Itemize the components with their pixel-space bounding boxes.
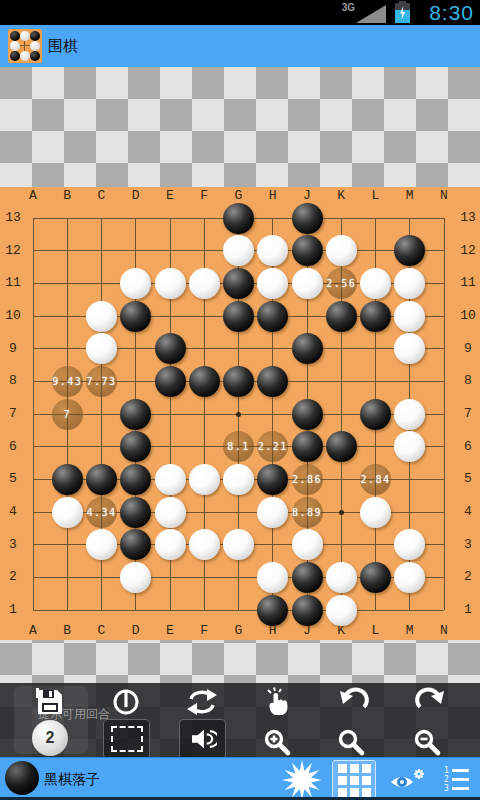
stone-black-L7[interactable] xyxy=(360,399,391,430)
coord-label-right: 9 xyxy=(455,342,480,356)
stone-white-L4[interactable] xyxy=(360,497,391,528)
stone-black-J9[interactable] xyxy=(292,333,323,364)
stone-black-J1[interactable] xyxy=(292,595,323,626)
coord-label-top: C xyxy=(89,189,115,203)
power-icon[interactable] xyxy=(110,687,142,717)
stone-black-G11[interactable] xyxy=(223,268,254,299)
stone-white-M11[interactable] xyxy=(394,268,425,299)
app-icon-stone xyxy=(30,31,40,41)
hint-stone-L5[interactable]: 2.84 xyxy=(360,464,391,495)
coord-label-top: D xyxy=(123,189,149,203)
coord-label-bottom: L xyxy=(363,624,389,638)
stone-white-G12[interactable] xyxy=(223,235,254,266)
stone-black-J7[interactable] xyxy=(292,399,323,430)
hint-stone-J4[interactable]: 8.89 xyxy=(292,497,323,528)
hint-count-badge[interactable]: 2 xyxy=(32,720,68,756)
stone-white-B4[interactable] xyxy=(52,497,83,528)
stone-white-C9[interactable] xyxy=(86,333,117,364)
tap-hand-icon[interactable] xyxy=(262,687,294,717)
stone-black-E9[interactable] xyxy=(155,333,186,364)
stone-white-H12[interactable] xyxy=(257,235,288,266)
stone-black-J2[interactable] xyxy=(292,562,323,593)
stone-black-D6[interactable] xyxy=(120,431,151,462)
network-type-label: 3G xyxy=(342,2,355,13)
list-number: 1 xyxy=(444,766,452,775)
app-icon-stone xyxy=(10,51,20,61)
stone-white-M3[interactable] xyxy=(394,529,425,560)
hint-score: 2.86 xyxy=(292,474,322,485)
stone-black-K6[interactable] xyxy=(326,431,357,462)
coord-label-bottom: A xyxy=(20,624,46,638)
stone-black-G13[interactable] xyxy=(223,203,254,234)
stone-white-K12[interactable] xyxy=(326,235,357,266)
stone-white-F5[interactable] xyxy=(189,464,220,495)
bottom-bar: 黑棋落子 1 2 3 xyxy=(0,757,480,800)
starburst-icon[interactable] xyxy=(282,760,322,800)
coord-label-top: A xyxy=(20,189,46,203)
stone-black-J13[interactable] xyxy=(292,203,323,234)
coord-label-right: 6 xyxy=(455,440,480,454)
save-icon[interactable] xyxy=(34,687,66,717)
hint-score: 9.43 xyxy=(52,376,82,387)
stone-white-H2[interactable] xyxy=(257,562,288,593)
coord-label-right: 1 xyxy=(455,603,480,617)
stone-white-D2[interactable] xyxy=(120,562,151,593)
numbered-list-icon[interactable]: 1 2 3 xyxy=(444,766,472,794)
hint-score: 7.73 xyxy=(86,376,116,387)
screen: 3G 8:30 围棋 AABBCCDDEEFFGGHHJJKKLLMMNN131… xyxy=(0,0,480,800)
stone-white-K1[interactable] xyxy=(326,595,357,626)
stone-black-D4[interactable] xyxy=(120,497,151,528)
hint-score: 2.56 xyxy=(326,278,356,289)
app-icon-stone xyxy=(10,31,20,41)
stone-white-F3[interactable] xyxy=(189,529,220,560)
marquee-icon xyxy=(111,726,143,752)
coord-label-right: 8 xyxy=(455,374,480,388)
stone-white-E11[interactable] xyxy=(155,268,186,299)
coord-label-bottom: E xyxy=(157,624,183,638)
stone-white-G3[interactable] xyxy=(223,529,254,560)
coord-label-right: 2 xyxy=(455,570,480,584)
stone-white-C10[interactable] xyxy=(86,301,117,332)
clock: 8:30 xyxy=(429,0,474,25)
coord-label-top: E xyxy=(157,189,183,203)
black-stone-turn-icon xyxy=(5,761,39,795)
coord-label-top: H xyxy=(260,189,286,203)
coord-label-left: 1 xyxy=(0,603,26,617)
stone-black-J12[interactable] xyxy=(292,235,323,266)
status-bar: 3G 8:30 xyxy=(0,0,480,25)
coord-label-right: 11 xyxy=(455,276,480,290)
app-icon xyxy=(8,29,42,63)
coord-label-top: B xyxy=(54,189,80,203)
star-point xyxy=(339,510,344,515)
coord-label-left: 7 xyxy=(0,407,26,421)
zoom-out-icon[interactable] xyxy=(413,728,443,758)
hint-stone-B7[interactable]: 7 xyxy=(52,399,83,430)
battery-icon xyxy=(395,3,410,23)
coord-label-left: 3 xyxy=(0,538,26,552)
undo-icon[interactable] xyxy=(338,687,370,717)
coord-label-right: 7 xyxy=(455,407,480,421)
app-icon-stone xyxy=(30,41,40,51)
hint-score: 4.34 xyxy=(86,507,116,518)
stone-white-K2[interactable] xyxy=(326,562,357,593)
stone-black-H10[interactable] xyxy=(257,301,288,332)
speaker-icon xyxy=(189,728,217,750)
hint-stone-J5[interactable]: 2.86 xyxy=(292,464,323,495)
stone-black-D5[interactable] xyxy=(120,464,151,495)
list-number: 3 xyxy=(444,784,452,793)
coord-label-right: 13 xyxy=(455,211,480,225)
hint-stone-G6[interactable]: 8.1 xyxy=(223,431,254,462)
stone-white-D11[interactable] xyxy=(120,268,151,299)
eye-settings-icon[interactable] xyxy=(388,766,430,794)
coord-label-bottom: J xyxy=(294,624,320,638)
go-board[interactable]: AABBCCDDEEFFGGHHJJKKLLMMNN13131212111110… xyxy=(0,187,480,640)
coord-label-left: 6 xyxy=(0,440,26,454)
coord-label-left: 9 xyxy=(0,342,26,356)
coord-label-top: M xyxy=(397,189,423,203)
stone-white-M9[interactable] xyxy=(394,333,425,364)
stone-black-L10[interactable] xyxy=(360,301,391,332)
coord-label-right: 10 xyxy=(455,309,480,323)
stone-white-H11[interactable] xyxy=(257,268,288,299)
stone-white-H4[interactable] xyxy=(257,497,288,528)
app-title: 围棋 xyxy=(48,25,78,67)
stone-white-E5[interactable] xyxy=(155,464,186,495)
stone-black-C5[interactable] xyxy=(86,464,117,495)
coord-label-right: 5 xyxy=(455,472,480,486)
stone-white-M7[interactable] xyxy=(394,399,425,430)
stone-black-L2[interactable] xyxy=(360,562,391,593)
stone-black-H8[interactable] xyxy=(257,366,288,397)
stone-white-E4[interactable] xyxy=(155,497,186,528)
coord-label-right: 3 xyxy=(455,538,480,552)
coord-label-bottom: B xyxy=(54,624,80,638)
hint-score: 8.1 xyxy=(227,441,250,452)
coord-label-bottom: K xyxy=(328,624,354,638)
coord-label-right: 4 xyxy=(455,505,480,519)
stone-black-H1[interactable] xyxy=(257,595,288,626)
coord-label-left: 12 xyxy=(0,244,26,258)
coord-label-bottom: G xyxy=(226,624,252,638)
grid-view-button[interactable] xyxy=(332,760,376,800)
hint-score: 8.89 xyxy=(292,507,322,518)
turn-status-text: 黑棋落子 xyxy=(44,758,100,800)
stone-black-F8[interactable] xyxy=(189,366,220,397)
coord-label-left: 10 xyxy=(0,309,26,323)
stone-black-E8[interactable] xyxy=(155,366,186,397)
hint-stone-C8[interactable]: 7.73 xyxy=(86,366,117,397)
hint-score: 2.21 xyxy=(258,441,288,452)
stone-black-D7[interactable] xyxy=(120,399,151,430)
app-icon-stone xyxy=(20,31,30,41)
stone-black-H5[interactable] xyxy=(257,464,288,495)
stone-white-L11[interactable] xyxy=(360,268,391,299)
coord-label-top: J xyxy=(294,189,320,203)
redo-icon[interactable] xyxy=(414,687,446,717)
coord-label-left: 2 xyxy=(0,570,26,584)
stone-white-C3[interactable] xyxy=(86,529,117,560)
hint-score: 2.84 xyxy=(360,474,390,485)
coord-label-top: K xyxy=(328,189,354,203)
coord-label-bottom: M xyxy=(397,624,423,638)
coord-label-top: F xyxy=(191,189,217,203)
coord-label-left: 11 xyxy=(0,276,26,290)
stone-black-G8[interactable] xyxy=(223,366,254,397)
hint-stone-C4[interactable]: 4.34 xyxy=(86,497,117,528)
hint-stone-B8[interactable]: 9.43 xyxy=(52,366,83,397)
coord-label-right: 12 xyxy=(455,244,480,258)
stone-white-F11[interactable] xyxy=(189,268,220,299)
list-bar xyxy=(452,787,469,790)
coord-label-bottom: F xyxy=(191,624,217,638)
search-icon[interactable] xyxy=(337,728,367,758)
coord-label-bottom: H xyxy=(260,624,286,638)
stone-black-K10[interactable] xyxy=(326,301,357,332)
stone-black-M12[interactable] xyxy=(394,235,425,266)
speaker-button[interactable] xyxy=(179,719,226,759)
coord-label-left: 8 xyxy=(0,374,26,388)
coord-label-bottom: C xyxy=(89,624,115,638)
coord-label-bottom: N xyxy=(431,624,457,638)
coord-label-left: 5 xyxy=(0,472,26,486)
grid-line xyxy=(33,610,444,611)
signal-strength-icon xyxy=(356,5,386,23)
coord-label-top: G xyxy=(226,189,252,203)
coord-label-top: N xyxy=(431,189,457,203)
app-icon-stone xyxy=(10,41,20,51)
list-number: 2 xyxy=(444,775,452,784)
app-bar: 围棋 xyxy=(0,25,480,67)
hint-score: 7 xyxy=(63,409,71,420)
app-icon-stone xyxy=(20,51,30,61)
repeat-icon[interactable] xyxy=(186,687,218,717)
stone-white-J11[interactable] xyxy=(292,268,323,299)
coord-label-bottom: D xyxy=(123,624,149,638)
stone-white-M2[interactable] xyxy=(394,562,425,593)
stone-black-J6[interactable] xyxy=(292,431,323,462)
stone-white-J3[interactable] xyxy=(292,529,323,560)
stone-black-D3[interactable] xyxy=(120,529,151,560)
stone-white-E3[interactable] xyxy=(155,529,186,560)
coord-label-left: 4 xyxy=(0,505,26,519)
selection-marquee-button[interactable] xyxy=(103,719,150,759)
stone-black-D10[interactable] xyxy=(120,301,151,332)
coord-label-top: L xyxy=(363,189,389,203)
stone-white-M10[interactable] xyxy=(394,301,425,332)
hint-stone-K11[interactable]: 2.56 xyxy=(326,268,357,299)
zoom-in-icon[interactable] xyxy=(263,728,293,758)
list-bar xyxy=(452,778,469,781)
hint-stone-H6[interactable]: 2.21 xyxy=(257,431,288,462)
app-icon-stone xyxy=(30,51,40,61)
star-point xyxy=(236,412,241,417)
list-bar xyxy=(452,769,469,772)
stone-black-G10[interactable] xyxy=(223,301,254,332)
stone-black-B5[interactable] xyxy=(52,464,83,495)
coord-label-left: 13 xyxy=(0,211,26,225)
stone-white-G5[interactable] xyxy=(223,464,254,495)
toolbar: 提示可用回合 xyxy=(0,683,480,757)
stone-white-M6[interactable] xyxy=(394,431,425,462)
